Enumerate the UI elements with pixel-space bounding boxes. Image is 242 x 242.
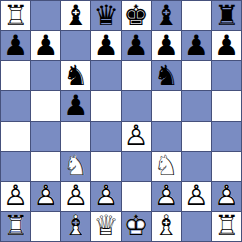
white-pawn[interactable]: ♟♙ bbox=[61, 182, 90, 211]
white-rook-glyph: ♜ bbox=[1, 1, 30, 30]
square-a5[interactable] bbox=[1, 91, 30, 120]
square-f2[interactable]: ♟♙ bbox=[152, 182, 181, 211]
square-f3[interactable]: ♞♘ bbox=[152, 152, 181, 181]
white-queen[interactable]: ♛♕ bbox=[91, 212, 120, 241]
square-g3[interactable] bbox=[182, 152, 211, 181]
white-knight[interactable]: ♞♘ bbox=[61, 152, 90, 181]
square-f6[interactable]: ♞ bbox=[152, 61, 181, 90]
black-pawn-glyph: ♟ bbox=[61, 91, 90, 120]
white-knight-glyph: ♞ bbox=[152, 152, 181, 181]
white-pawn-glyph: ♟ bbox=[182, 182, 211, 211]
black-pawn[interactable]: ♟ bbox=[61, 91, 90, 120]
square-c6[interactable]: ♞ bbox=[61, 61, 90, 90]
square-d4[interactable] bbox=[91, 122, 120, 151]
white-king[interactable]: ♚♔ bbox=[122, 212, 151, 241]
white-pawn-outline: ♙ bbox=[91, 182, 120, 211]
white-pawn-outline: ♙ bbox=[182, 182, 211, 211]
square-g2[interactable]: ♟♙ bbox=[182, 182, 211, 211]
white-bishop-glyph: ♝ bbox=[152, 212, 181, 241]
black-knight-glyph: ♞ bbox=[61, 61, 90, 90]
square-e6[interactable] bbox=[122, 61, 151, 90]
white-rook-outline: ♖ bbox=[1, 212, 30, 241]
black-pawn[interactable]: ♟ bbox=[31, 31, 60, 60]
white-bishop[interactable]: ♝♗ bbox=[61, 212, 90, 241]
square-c2[interactable]: ♟♙ bbox=[61, 182, 90, 211]
square-h5[interactable] bbox=[212, 91, 241, 120]
white-pawn-glyph: ♟ bbox=[212, 182, 241, 211]
black-pawn-glyph: ♟ bbox=[1, 31, 30, 60]
square-d2[interactable]: ♟♙ bbox=[91, 182, 120, 211]
square-d3[interactable] bbox=[91, 152, 120, 181]
square-d8[interactable]: ♛ bbox=[91, 1, 120, 30]
white-pawn-outline: ♙ bbox=[31, 182, 60, 211]
square-a6[interactable] bbox=[1, 61, 30, 90]
square-c8[interactable]: ♝ bbox=[61, 1, 90, 30]
square-f5[interactable] bbox=[152, 91, 181, 120]
black-knight-glyph: ♞ bbox=[152, 61, 181, 90]
square-h3[interactable] bbox=[212, 152, 241, 181]
white-knight-outline: ♘ bbox=[61, 152, 90, 181]
square-g5[interactable] bbox=[182, 91, 211, 120]
white-pawn-glyph: ♟ bbox=[1, 182, 30, 211]
white-rook-glyph: ♜ bbox=[1, 212, 30, 241]
black-bishop[interactable]: ♝ bbox=[152, 1, 181, 30]
black-knight[interactable]: ♞ bbox=[152, 61, 181, 90]
white-pawn-glyph: ♟ bbox=[91, 182, 120, 211]
white-queen-glyph: ♛ bbox=[91, 212, 120, 241]
white-bishop[interactable]: ♝♗ bbox=[152, 212, 181, 241]
white-pawn[interactable]: ♟♙ bbox=[1, 182, 30, 211]
square-e4[interactable]: ♟♙ bbox=[122, 122, 151, 151]
square-b1[interactable] bbox=[31, 212, 60, 241]
white-bishop-glyph: ♝ bbox=[61, 212, 90, 241]
square-f1[interactable]: ♝♗ bbox=[152, 212, 181, 241]
white-rook-outline: ♖ bbox=[212, 212, 241, 241]
white-king-glyph: ♚ bbox=[122, 212, 151, 241]
white-bishop-outline: ♗ bbox=[61, 212, 90, 241]
white-rook-outline: ♖ bbox=[1, 1, 30, 30]
square-c3[interactable]: ♞♘ bbox=[61, 152, 90, 181]
square-e8[interactable]: ♚ bbox=[122, 1, 151, 30]
white-pawn[interactable]: ♟♙ bbox=[91, 182, 120, 211]
square-d1[interactable]: ♛♕ bbox=[91, 212, 120, 241]
square-h6[interactable] bbox=[212, 61, 241, 90]
white-pawn[interactable]: ♟♙ bbox=[152, 182, 181, 211]
square-g7[interactable]: ♟ bbox=[182, 31, 211, 60]
white-rook-glyph: ♜ bbox=[212, 212, 241, 241]
square-d7[interactable]: ♟ bbox=[91, 31, 120, 60]
white-rook[interactable]: ♜♖ bbox=[1, 212, 30, 241]
black-bishop[interactable]: ♝ bbox=[61, 1, 90, 30]
white-pawn-outline: ♙ bbox=[122, 122, 151, 151]
black-pawn-glyph: ♟ bbox=[212, 31, 241, 60]
white-rook[interactable]: ♜♖ bbox=[212, 212, 241, 241]
black-queen[interactable]: ♛ bbox=[91, 1, 120, 30]
square-h4[interactable] bbox=[212, 122, 241, 151]
chess-board: ♜♖♝♛♚♝♜♟♟♟♟♟♟♟♞♞♟♟♙♞♘♞♘♟♙♟♙♟♙♟♙♟♙♟♙♟♙♜♖♝… bbox=[0, 0, 242, 242]
square-c5[interactable]: ♟ bbox=[61, 91, 90, 120]
square-e3[interactable] bbox=[122, 152, 151, 181]
black-rook[interactable]: ♜ bbox=[212, 1, 241, 30]
square-g1[interactable] bbox=[182, 212, 211, 241]
square-h1[interactable]: ♜♖ bbox=[212, 212, 241, 241]
black-pawn[interactable]: ♟ bbox=[91, 31, 120, 60]
square-a1[interactable]: ♜♖ bbox=[1, 212, 30, 241]
black-queen-glyph: ♛ bbox=[91, 1, 120, 30]
square-g6[interactable] bbox=[182, 61, 211, 90]
square-a2[interactable]: ♟♙ bbox=[1, 182, 30, 211]
square-e2[interactable] bbox=[122, 182, 151, 211]
square-e1[interactable]: ♚♔ bbox=[122, 212, 151, 241]
black-pawn-glyph: ♟ bbox=[91, 31, 120, 60]
square-b7[interactable]: ♟ bbox=[31, 31, 60, 60]
square-b4[interactable] bbox=[31, 122, 60, 151]
black-pawn-glyph: ♟ bbox=[122, 31, 151, 60]
black-pawn[interactable]: ♟ bbox=[182, 31, 211, 60]
black-rook-glyph: ♜ bbox=[212, 1, 241, 30]
square-b2[interactable]: ♟♙ bbox=[31, 182, 60, 211]
square-g8[interactable] bbox=[182, 1, 211, 30]
square-f7[interactable]: ♟ bbox=[152, 31, 181, 60]
white-pawn[interactable]: ♟♙ bbox=[182, 182, 211, 211]
white-pawn-outline: ♙ bbox=[1, 182, 30, 211]
white-knight-outline: ♘ bbox=[152, 152, 181, 181]
black-pawn[interactable]: ♟ bbox=[152, 31, 181, 60]
square-b5[interactable] bbox=[31, 91, 60, 120]
black-bishop-glyph: ♝ bbox=[61, 1, 90, 30]
square-c4[interactable] bbox=[61, 122, 90, 151]
square-c7[interactable] bbox=[61, 31, 90, 60]
square-c1[interactable]: ♝♗ bbox=[61, 212, 90, 241]
white-pawn-outline: ♙ bbox=[61, 182, 90, 211]
square-h8[interactable]: ♜ bbox=[212, 1, 241, 30]
white-bishop-outline: ♗ bbox=[152, 212, 181, 241]
square-e7[interactable]: ♟ bbox=[122, 31, 151, 60]
square-e5[interactable] bbox=[122, 91, 151, 120]
square-h2[interactable]: ♟♙ bbox=[212, 182, 241, 211]
white-knight[interactable]: ♞♘ bbox=[152, 152, 181, 181]
black-king-glyph: ♚ bbox=[122, 1, 151, 30]
black-pawn[interactable]: ♟ bbox=[122, 31, 151, 60]
square-a7[interactable]: ♟ bbox=[1, 31, 30, 60]
square-b8[interactable] bbox=[31, 1, 60, 30]
black-pawn[interactable]: ♟ bbox=[1, 31, 30, 60]
white-pawn[interactable]: ♟♙ bbox=[122, 122, 151, 151]
black-pawn-glyph: ♟ bbox=[182, 31, 211, 60]
white-king-outline: ♔ bbox=[122, 212, 151, 241]
white-pawn-glyph: ♟ bbox=[61, 182, 90, 211]
black-pawn[interactable]: ♟ bbox=[212, 31, 241, 60]
white-pawn-outline: ♙ bbox=[152, 182, 181, 211]
square-f8[interactable]: ♝ bbox=[152, 1, 181, 30]
white-knight-glyph: ♞ bbox=[61, 152, 90, 181]
square-b6[interactable] bbox=[31, 61, 60, 90]
square-b3[interactable] bbox=[31, 152, 60, 181]
square-a4[interactable] bbox=[1, 122, 30, 151]
black-pawn-glyph: ♟ bbox=[31, 31, 60, 60]
square-a8[interactable]: ♜♖ bbox=[1, 1, 30, 30]
white-queen-outline: ♕ bbox=[91, 212, 120, 241]
white-rook[interactable]: ♜♖ bbox=[1, 1, 30, 30]
black-bishop-glyph: ♝ bbox=[152, 1, 181, 30]
square-g4[interactable] bbox=[182, 122, 211, 151]
white-pawn-glyph: ♟ bbox=[152, 182, 181, 211]
square-d6[interactable] bbox=[91, 61, 120, 90]
white-pawn[interactable]: ♟♙ bbox=[31, 182, 60, 211]
white-pawn-glyph: ♟ bbox=[122, 122, 151, 151]
black-pawn-glyph: ♟ bbox=[152, 31, 181, 60]
square-h7[interactable]: ♟ bbox=[212, 31, 241, 60]
chess-board-container: ♜♖♝♛♚♝♜♟♟♟♟♟♟♟♞♞♟♟♙♞♘♞♘♟♙♟♙♟♙♟♙♟♙♟♙♟♙♜♖♝… bbox=[0, 0, 242, 242]
white-pawn-outline: ♙ bbox=[212, 182, 241, 211]
square-a3[interactable] bbox=[1, 152, 30, 181]
square-d5[interactable] bbox=[91, 91, 120, 120]
white-pawn-glyph: ♟ bbox=[31, 182, 60, 211]
square-f4[interactable] bbox=[152, 122, 181, 151]
black-king[interactable]: ♚ bbox=[122, 1, 151, 30]
white-pawn[interactable]: ♟♙ bbox=[212, 182, 241, 211]
black-knight[interactable]: ♞ bbox=[61, 61, 90, 90]
